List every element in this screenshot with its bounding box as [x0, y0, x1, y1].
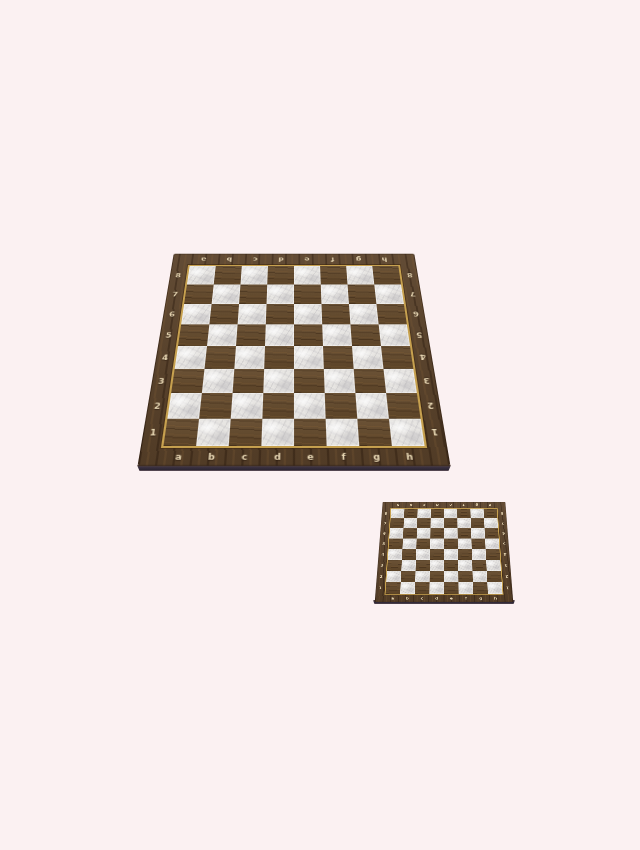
square-g1: [357, 419, 392, 446]
square-g4: [352, 346, 383, 369]
square-a3: [171, 369, 204, 393]
square-d7: [267, 284, 294, 303]
thumb-square-e5: [444, 539, 458, 549]
thumb-square-d2: [430, 571, 444, 582]
rank-right-label-5: 5: [409, 324, 430, 346]
thumb-square-e6: [444, 528, 458, 538]
file-top-label-e: e: [294, 254, 320, 265]
square-c5: [236, 324, 266, 346]
file-top-label-h: h: [371, 254, 398, 265]
square-g5: [350, 324, 381, 346]
thumb-square-a7: [390, 518, 404, 528]
thumb-square-d3: [430, 560, 444, 571]
thumb-square-d1: [429, 582, 444, 594]
square-e8: [294, 266, 321, 284]
main-board-side-edge: [137, 465, 451, 471]
thumb-square-f4: [458, 549, 472, 560]
square-b8: [214, 266, 242, 284]
square-e6: [294, 304, 322, 324]
square-f1: [326, 419, 360, 446]
square-g8: [346, 266, 374, 284]
rank-right-label-2: 2: [419, 393, 442, 419]
thumb-file-bottom-labels: abcdefgh: [385, 595, 503, 602]
square-d6: [266, 304, 294, 324]
thumb-square-f3: [458, 560, 472, 571]
square-h8: [372, 266, 401, 284]
square-e3: [294, 369, 325, 393]
file-top-label-c: c: [242, 254, 268, 265]
thumb-square-b2: [401, 571, 416, 582]
thumb-square-b1: [400, 582, 415, 594]
thumb-square-d6: [430, 528, 444, 538]
thumb-file-bottom-label-d: d: [429, 595, 444, 602]
thumb-rank-right-label-6: 6: [499, 528, 508, 538]
thumb-square-a4: [388, 549, 403, 560]
square-a5: [178, 324, 209, 346]
file-bottom-label-a: a: [161, 448, 196, 466]
main-board: abcdefghabcdefgh8765432187654321: [138, 254, 451, 466]
square-h1: [389, 419, 425, 446]
square-a1: [163, 419, 199, 446]
square-e2: [294, 393, 326, 419]
square-d8: [267, 266, 294, 284]
thumb-file-bottom-label-g: g: [473, 595, 488, 602]
square-g7: [348, 284, 377, 303]
square-f2: [325, 393, 358, 419]
thumb-square-b3: [401, 560, 416, 571]
square-c2: [231, 393, 264, 419]
square-b4: [205, 346, 236, 369]
file-bottom-label-e: e: [294, 448, 327, 466]
file-top-label-f: f: [320, 254, 346, 265]
square-b3: [202, 369, 234, 393]
square-e7: [294, 284, 321, 303]
thumb-square-f6: [458, 528, 472, 538]
file-top-labels: abcdefgh: [190, 254, 398, 265]
thumb-rank-right-label-2: 2: [502, 571, 512, 582]
thumb-playing-field: [384, 508, 503, 595]
file-bottom-label-d: d: [261, 448, 294, 466]
square-b2: [199, 393, 233, 419]
file-top-label-g: g: [345, 254, 372, 265]
thumb-square-b4: [402, 549, 416, 560]
square-a8: [187, 266, 216, 284]
square-b1: [196, 419, 231, 446]
file-bottom-label-g: g: [359, 448, 394, 466]
thumb-file-bottom-label-a: a: [385, 595, 400, 602]
thumb-square-g3: [472, 560, 487, 571]
file-top-label-b: b: [216, 254, 243, 265]
square-c8: [240, 266, 267, 284]
square-d1: [261, 419, 294, 446]
square-h6: [376, 304, 406, 324]
file-top-label-d: d: [268, 254, 294, 265]
thumb-rank-right-label-1: 1: [503, 582, 513, 594]
thumb-rank-right-label-7: 7: [498, 518, 507, 528]
square-c7: [239, 284, 267, 303]
thumb-square-e7: [444, 518, 458, 528]
thumb-square-f5: [458, 539, 472, 549]
square-g6: [349, 304, 379, 324]
thumb-square-b7: [403, 518, 417, 528]
square-a7: [184, 284, 214, 303]
rank-right-label-6: 6: [406, 304, 427, 324]
square-f8: [320, 266, 347, 284]
square-h2: [386, 393, 420, 419]
thumb-square-e2: [444, 571, 458, 582]
square-f6: [321, 304, 350, 324]
thumb-square-h2: [487, 571, 502, 582]
playing-field: [161, 265, 427, 448]
square-d5: [265, 324, 294, 346]
thumb-square-c8: [417, 509, 431, 519]
square-e4: [294, 346, 324, 369]
thumb-square-c5: [416, 539, 430, 549]
thumb-square-c1: [415, 582, 430, 594]
square-d4: [264, 346, 294, 369]
rank-right-label-8: 8: [400, 266, 419, 284]
square-c1: [229, 419, 263, 446]
main-board-frame: abcdefghabcdefgh8765432187654321: [138, 254, 451, 466]
thumb-square-h5: [485, 539, 499, 549]
square-d2: [262, 393, 294, 419]
thumb-rank-right-label-3: 3: [501, 560, 511, 571]
square-h5: [379, 324, 410, 346]
square-h3: [383, 369, 416, 393]
square-d3: [263, 369, 294, 393]
thumb-square-b5: [402, 539, 416, 549]
square-f3: [324, 369, 356, 393]
thumb-square-a8: [391, 509, 405, 519]
thumb-square-d4: [430, 549, 444, 560]
thumb-square-g7: [471, 518, 485, 528]
rank-right-label-1: 1: [423, 419, 447, 446]
thumb-square-a1: [386, 582, 401, 594]
thumb-square-a6: [389, 528, 403, 538]
file-bottom-label-h: h: [392, 448, 427, 466]
thumb-square-f7: [457, 518, 471, 528]
thumb-square-e3: [444, 560, 458, 571]
square-b5: [207, 324, 238, 346]
thumb-square-e4: [444, 549, 458, 560]
thumb-square-g2: [472, 571, 487, 582]
thumbnail-board[interactable]: abcdefghabcdefgh8765432187654321: [375, 502, 513, 602]
thumb-square-c4: [416, 549, 430, 560]
thumb-file-bottom-label-c: c: [414, 595, 429, 602]
thumb-file-bottom-label-e: e: [444, 595, 459, 602]
thumb-square-h1: [487, 582, 502, 594]
thumb-rank-right-label-5: 5: [500, 539, 509, 549]
thumb-square-a5: [389, 539, 403, 549]
thumb-square-c3: [416, 560, 430, 571]
thumb-square-c6: [417, 528, 431, 538]
thumb-square-d8: [431, 509, 444, 519]
square-b7: [212, 284, 241, 303]
rank-right-label-7: 7: [403, 284, 423, 303]
thumb-square-h8: [484, 509, 498, 519]
square-b6: [209, 304, 239, 324]
square-g2: [355, 393, 389, 419]
file-bottom-label-f: f: [327, 448, 361, 466]
thumb-square-e8: [444, 509, 457, 519]
thumb-square-g1: [473, 582, 488, 594]
thumb-square-h3: [486, 560, 501, 571]
square-c6: [238, 304, 267, 324]
square-f7: [321, 284, 349, 303]
thumb-square-a3: [387, 560, 402, 571]
thumb-square-g8: [470, 509, 484, 519]
square-c4: [234, 346, 265, 369]
file-bottom-label-b: b: [194, 448, 229, 466]
square-a6: [181, 304, 211, 324]
square-a4: [175, 346, 207, 369]
thumb-file-bottom-label-b: b: [400, 595, 415, 602]
thumb-rank-right-label-4: 4: [500, 549, 509, 560]
thumb-square-d5: [430, 539, 444, 549]
thumb-file-bottom-label-h: h: [488, 595, 503, 602]
square-f4: [323, 346, 354, 369]
square-f5: [322, 324, 352, 346]
square-g3: [354, 369, 386, 393]
thumb-square-h7: [484, 518, 498, 528]
square-c3: [233, 369, 265, 393]
thumb-square-b8: [404, 509, 418, 519]
thumb-square-e1: [444, 582, 459, 594]
file-bottom-labels: abcdefgh: [161, 448, 428, 466]
thumb-square-a2: [386, 571, 401, 582]
square-h4: [381, 346, 413, 369]
thumb-square-g5: [471, 539, 485, 549]
thumb-square-d7: [430, 518, 444, 528]
thumb-square-g4: [472, 549, 486, 560]
square-h7: [374, 284, 404, 303]
file-bottom-label-c: c: [227, 448, 261, 466]
square-e1: [294, 419, 327, 446]
photo-canvas: abcdefghabcdefgh8765432187654321 abcdefg…: [0, 0, 640, 850]
square-a2: [167, 393, 201, 419]
square-e5: [294, 324, 323, 346]
thumb-square-h6: [485, 528, 499, 538]
thumbnail-board-frame: abcdefghabcdefgh8765432187654321: [375, 502, 513, 602]
thumb-square-b6: [403, 528, 417, 538]
thumb-square-f2: [458, 571, 473, 582]
thumb-rank-right-label-8: 8: [498, 509, 507, 519]
file-top-label-a: a: [190, 254, 217, 265]
thumb-square-c2: [415, 571, 430, 582]
thumb-square-f1: [458, 582, 473, 594]
thumb-file-bottom-label-f: f: [459, 595, 474, 602]
thumb-square-g6: [471, 528, 485, 538]
rank-right-label-4: 4: [412, 346, 434, 369]
thumb-square-c7: [417, 518, 431, 528]
thumb-square-h4: [486, 549, 501, 560]
rank-right-label-3: 3: [415, 369, 438, 393]
thumb-square-f8: [457, 509, 471, 519]
